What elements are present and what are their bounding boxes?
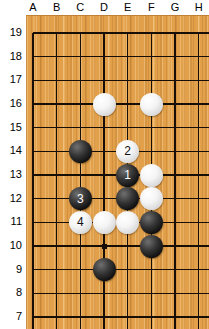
stone-white-c11: 4 [69,211,92,234]
stone-white-f13 [140,164,163,187]
grid-line-vertical [103,33,104,329]
stone-black-f11 [140,211,163,234]
grid-line-horizontal [33,80,209,81]
row-label-12: 12 [0,192,22,205]
stone-black-d9 [93,258,116,281]
column-label-f: F [141,1,161,14]
grid-line-horizontal [33,32,209,33]
row-label-14: 14 [0,144,22,157]
grid-line-horizontal [33,269,209,270]
column-label-b: B [47,1,67,14]
row-label-19: 19 [0,26,22,39]
row-label-18: 18 [0,50,22,63]
go-diagram: ABCDEFGH191817161514131211109872413 [0,0,209,329]
grid-line-horizontal [33,293,209,294]
move-number: 2 [124,144,131,158]
stone-white-f12 [140,187,163,210]
stone-white-e14: 2 [116,140,139,163]
grid-line-vertical [174,33,175,329]
grid-line-vertical [80,33,81,329]
column-label-d: D [94,1,114,14]
column-label-g: G [165,1,185,14]
stone-black-c12: 3 [69,187,92,210]
star-point-d10 [102,244,107,249]
column-label-h: H [189,1,209,14]
grid-line-vertical [32,33,33,329]
row-label-11: 11 [0,215,22,228]
column-label-a: A [23,1,43,14]
grid-line-vertical [198,33,199,329]
grid-line-vertical [56,33,57,329]
row-label-17: 17 [0,73,22,86]
stone-black-e13: 1 [116,164,139,187]
move-number: 3 [77,192,84,206]
row-label-8: 8 [0,286,22,299]
grid-line-horizontal [33,56,209,57]
column-label-e: E [118,1,138,14]
stone-white-f16 [140,93,163,116]
stone-black-f10 [140,235,163,258]
row-label-7: 7 [0,310,22,323]
row-label-16: 16 [0,97,22,110]
stone-white-d11 [93,211,116,234]
row-label-15: 15 [0,121,22,134]
grid-line-horizontal [33,245,209,246]
move-number: 1 [124,168,131,182]
grid-line-horizontal [33,316,209,317]
row-label-13: 13 [0,168,22,181]
grid-line-horizontal [33,103,209,104]
grid-line-horizontal [33,127,209,128]
stone-white-d16 [93,93,116,116]
stone-white-e11 [116,211,139,234]
row-label-10: 10 [0,239,22,252]
row-label-9: 9 [0,263,22,276]
move-number: 4 [77,215,84,229]
column-label-c: C [70,1,90,14]
stone-black-c14 [69,140,92,163]
